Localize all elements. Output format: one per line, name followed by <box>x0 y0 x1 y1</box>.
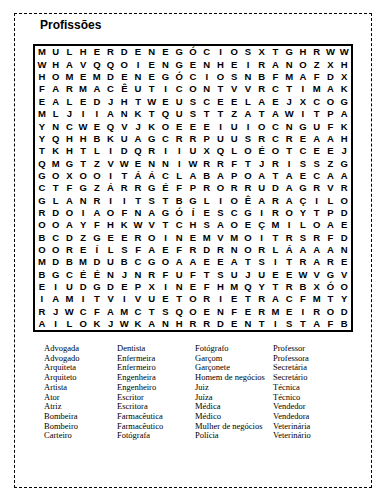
grid-cell[interactable]: R <box>310 182 324 194</box>
grid-cell[interactable]: A <box>214 169 228 181</box>
grid-cell[interactable]: S <box>296 157 310 169</box>
grid-cell[interactable]: R <box>310 305 324 317</box>
grid-cell[interactable]: B <box>117 256 131 268</box>
grid-cell[interactable]: H <box>337 132 351 144</box>
grid-cell[interactable]: E <box>117 281 131 293</box>
grid-cell[interactable]: T <box>117 169 131 181</box>
grid-cell[interactable]: E <box>186 231 200 243</box>
grid-cell[interactable]: Á <box>282 244 296 256</box>
grid-cell[interactable]: T <box>49 182 63 194</box>
grid-cell[interactable]: B <box>296 281 310 293</box>
grid-cell[interactable]: B <box>90 132 104 144</box>
grid-cell[interactable]: S <box>214 207 228 219</box>
grid-cell[interactable]: I <box>310 194 324 206</box>
grid-cell[interactable]: F <box>227 157 241 169</box>
grid-cell[interactable]: E <box>186 120 200 132</box>
grid-cell[interactable]: T <box>269 46 283 58</box>
grid-cell[interactable]: M <box>200 231 214 243</box>
grid-cell[interactable]: A <box>131 132 145 144</box>
grid-cell[interactable]: F <box>62 182 76 194</box>
grid-cell[interactable]: Í <box>186 207 200 219</box>
grid-cell[interactable]: F <box>296 293 310 305</box>
grid-cell[interactable]: I <box>76 293 90 305</box>
grid-cell[interactable]: L <box>200 194 214 206</box>
grid-cell[interactable]: D <box>324 71 338 83</box>
grid-cell[interactable]: T <box>241 293 255 305</box>
grid-cell[interactable]: N <box>104 268 118 280</box>
grid-cell[interactable]: R <box>145 268 159 280</box>
grid-cell[interactable]: Z <box>324 157 338 169</box>
grid-cell[interactable]: O <box>186 305 200 317</box>
grid-cell[interactable]: L <box>49 108 63 120</box>
grid-cell[interactable]: W <box>324 46 338 58</box>
grid-cell[interactable]: A <box>310 318 324 330</box>
grid-cell[interactable]: T <box>241 157 255 169</box>
grid-cell[interactable]: O <box>324 95 338 107</box>
grid-cell[interactable]: T <box>200 268 214 280</box>
grid-cell[interactable]: Á <box>145 169 159 181</box>
grid-cell[interactable]: E <box>227 293 241 305</box>
grid-cell[interactable]: É <box>255 145 269 157</box>
grid-cell[interactable]: Ê <box>241 194 255 206</box>
grid-cell[interactable]: E <box>117 231 131 243</box>
grid-cell[interactable]: S <box>145 194 159 206</box>
grid-cell[interactable]: I <box>282 157 296 169</box>
grid-cell[interactable]: K <box>337 83 351 95</box>
grid-cell[interactable]: B <box>62 256 76 268</box>
grid-cell[interactable]: E <box>159 293 173 305</box>
grid-cell[interactable]: F <box>227 305 241 317</box>
grid-cell[interactable]: A <box>269 58 283 70</box>
grid-cell[interactable]: O <box>241 145 255 157</box>
grid-cell[interactable]: L <box>227 145 241 157</box>
grid-cell[interactable]: A <box>104 108 118 120</box>
grid-cell[interactable]: E <box>186 58 200 70</box>
grid-cell[interactable]: U <box>227 268 241 280</box>
grid-cell[interactable]: R <box>104 46 118 58</box>
grid-cell[interactable]: A <box>35 318 49 330</box>
grid-cell[interactable]: Y <box>76 219 90 231</box>
grid-cell[interactable]: A <box>227 256 241 268</box>
grid-cell[interactable]: L <box>172 169 186 181</box>
grid-cell[interactable]: W <box>117 318 131 330</box>
grid-cell[interactable]: I <box>172 157 186 169</box>
grid-cell[interactable]: I <box>172 145 186 157</box>
grid-cell[interactable]: V <box>337 268 351 280</box>
grid-cell[interactable]: I <box>90 108 104 120</box>
grid-cell[interactable]: A <box>49 95 63 107</box>
grid-cell[interactable]: P <box>186 182 200 194</box>
grid-cell[interactable]: U <box>172 95 186 107</box>
grid-cell[interactable]: M <box>76 83 90 95</box>
grid-cell[interactable]: M <box>62 71 76 83</box>
grid-cell[interactable]: R <box>186 244 200 256</box>
grid-cell[interactable]: A <box>337 108 351 120</box>
grid-cell[interactable]: B <box>255 71 269 83</box>
grid-cell[interactable]: U <box>131 83 145 95</box>
grid-cell[interactable]: E <box>200 207 214 219</box>
grid-cell[interactable]: V <box>104 157 118 169</box>
grid-cell[interactable]: R <box>255 58 269 70</box>
grid-cell[interactable]: N <box>282 58 296 70</box>
grid-cell[interactable]: O <box>90 169 104 181</box>
grid-cell[interactable]: R <box>200 293 214 305</box>
grid-cell[interactable]: T <box>324 293 338 305</box>
grid-cell[interactable]: E <box>227 95 241 107</box>
grid-cell[interactable]: T <box>241 256 255 268</box>
grid-cell[interactable]: G <box>76 182 90 194</box>
grid-cell[interactable]: A <box>282 182 296 194</box>
grid-cell[interactable]: N <box>172 231 186 243</box>
grid-cell[interactable]: C <box>131 305 145 317</box>
grid-cell[interactable]: A <box>214 219 228 231</box>
grid-cell[interactable]: L <box>49 194 63 206</box>
grid-cell[interactable]: O <box>35 244 49 256</box>
grid-cell[interactable]: A <box>145 244 159 256</box>
grid-cell[interactable]: C <box>282 293 296 305</box>
grid-cell[interactable]: C <box>310 95 324 107</box>
grid-cell[interactable]: I <box>269 256 283 268</box>
grid-cell[interactable]: R <box>131 182 145 194</box>
grid-cell[interactable]: I <box>104 145 118 157</box>
grid-cell[interactable]: Q <box>214 145 228 157</box>
grid-cell[interactable]: T <box>159 219 173 231</box>
grid-cell[interactable]: I <box>214 293 228 305</box>
grid-cell[interactable]: O <box>49 169 63 181</box>
grid-cell[interactable]: A <box>241 108 255 120</box>
grid-cell[interactable]: O <box>49 71 63 83</box>
grid-cell[interactable]: F <box>117 207 131 219</box>
grid-cell[interactable]: E <box>214 256 228 268</box>
grid-cell[interactable]: U <box>227 120 241 132</box>
grid-cell[interactable]: E <box>337 219 351 231</box>
grid-cell[interactable]: Y <box>296 207 310 219</box>
grid-cell[interactable]: E <box>131 157 145 169</box>
grid-cell[interactable]: R <box>145 145 159 157</box>
grid-cell[interactable]: X <box>255 46 269 58</box>
grid-cell[interactable]: E <box>337 256 351 268</box>
grid-cell[interactable]: N <box>131 71 145 83</box>
grid-cell[interactable]: Q <box>159 108 173 120</box>
grid-cell[interactable]: A <box>310 244 324 256</box>
grid-cell[interactable]: D <box>76 281 90 293</box>
grid-cell[interactable]: T <box>214 83 228 95</box>
grid-cell[interactable]: U <box>310 120 324 132</box>
grid-cell[interactable]: O <box>49 244 63 256</box>
grid-cell[interactable]: U <box>172 268 186 280</box>
grid-cell[interactable]: T <box>76 157 90 169</box>
grid-cell[interactable]: D <box>337 231 351 243</box>
grid-cell[interactable]: I <box>104 194 118 206</box>
grid-cell[interactable]: L <box>296 219 310 231</box>
grid-cell[interactable]: R <box>255 305 269 317</box>
grid-cell[interactable]: G <box>145 132 159 144</box>
grid-cell[interactable]: O <box>269 145 283 157</box>
grid-cell[interactable]: V <box>214 231 228 243</box>
grid-cell[interactable]: I <box>159 83 173 95</box>
grid-cell[interactable]: O <box>241 169 255 181</box>
grid-cell[interactable]: A <box>324 244 338 256</box>
grid-cell[interactable]: M <box>227 281 241 293</box>
grid-cell[interactable]: W <box>296 268 310 280</box>
grid-cell[interactable]: C <box>104 83 118 95</box>
grid-cell[interactable]: C <box>62 268 76 280</box>
grid-cell[interactable]: P <box>131 281 145 293</box>
grid-cell[interactable]: H <box>117 95 131 107</box>
grid-cell[interactable]: J <box>62 108 76 120</box>
grid-cell[interactable]: R <box>337 182 351 194</box>
grid-cell[interactable]: D <box>269 182 283 194</box>
grid-cell[interactable]: I <box>104 169 118 181</box>
grid-cell[interactable]: A <box>269 108 283 120</box>
grid-cell[interactable]: O <box>159 256 173 268</box>
grid-cell[interactable]: É <box>159 182 173 194</box>
grid-cell[interactable]: T <box>269 281 283 293</box>
grid-cell[interactable]: R <box>186 132 200 144</box>
grid-cell[interactable]: F <box>324 231 338 243</box>
grid-cell[interactable]: Z <box>90 157 104 169</box>
grid-cell[interactable]: E <box>241 305 255 317</box>
grid-cell[interactable]: H <box>49 58 63 70</box>
grid-cell[interactable]: S <box>159 305 173 317</box>
grid-cell[interactable]: N <box>159 58 173 70</box>
grid-cell[interactable]: C <box>200 95 214 107</box>
grid-cell[interactable]: Ç <box>296 194 310 206</box>
grid-cell[interactable]: I <box>241 58 255 70</box>
grid-cell[interactable]: T <box>131 194 145 206</box>
grid-cell[interactable]: E <box>35 95 49 107</box>
grid-cell[interactable]: A <box>296 244 310 256</box>
grid-cell[interactable]: K <box>104 132 118 144</box>
grid-cell[interactable]: W <box>337 46 351 58</box>
grid-cell[interactable]: B <box>337 318 351 330</box>
grid-cell[interactable]: M <box>62 293 76 305</box>
grid-cell[interactable]: T <box>200 108 214 120</box>
grid-cell[interactable]: T <box>145 83 159 95</box>
grid-cell[interactable]: E <box>214 95 228 107</box>
grid-cell[interactable]: D <box>49 256 63 268</box>
grid-cell[interactable]: T <box>282 145 296 157</box>
grid-cell[interactable]: O <box>227 194 241 206</box>
grid-cell[interactable]: N <box>117 108 131 120</box>
grid-cell[interactable]: J <box>337 145 351 157</box>
grid-cell[interactable]: O <box>76 318 90 330</box>
grid-cell[interactable]: C <box>49 231 63 243</box>
grid-cell[interactable]: T <box>159 194 173 206</box>
grid-cell[interactable]: E <box>131 46 145 58</box>
grid-cell[interactable]: Í <box>90 244 104 256</box>
grid-cell[interactable]: V <box>227 83 241 95</box>
grid-cell[interactable]: A <box>310 256 324 268</box>
grid-cell[interactable]: M <box>269 305 283 317</box>
grid-cell[interactable]: V <box>310 268 324 280</box>
grid-cell[interactable]: O <box>104 207 118 219</box>
grid-cell[interactable]: F <box>131 244 145 256</box>
grid-cell[interactable]: K <box>117 219 131 231</box>
grid-cell[interactable]: Q <box>172 305 186 317</box>
grid-cell[interactable]: G <box>159 207 173 219</box>
grid-cell[interactable]: Ó <box>172 207 186 219</box>
grid-cell[interactable]: O <box>310 219 324 231</box>
grid-cell[interactable]: G <box>90 281 104 293</box>
grid-cell[interactable]: E <box>159 95 173 107</box>
grid-cell[interactable]: C <box>35 182 49 194</box>
grid-cell[interactable]: F <box>324 120 338 132</box>
grid-cell[interactable]: I <box>214 46 228 58</box>
grid-cell[interactable]: C <box>310 169 324 181</box>
grid-cell[interactable]: I <box>255 207 269 219</box>
grid-cell[interactable]: J <box>104 95 118 107</box>
grid-cell[interactable]: D <box>49 207 63 219</box>
grid-cell[interactable]: T <box>214 108 228 120</box>
grid-cell[interactable]: W <box>76 120 90 132</box>
grid-cell[interactable]: I <box>76 207 90 219</box>
grid-cell[interactable]: I <box>159 281 173 293</box>
grid-cell[interactable]: É <box>76 268 90 280</box>
grid-cell[interactable]: A <box>186 169 200 181</box>
grid-cell[interactable]: R <box>255 293 269 305</box>
grid-cell[interactable]: J <box>117 268 131 280</box>
grid-cell[interactable]: J <box>282 95 296 107</box>
grid-cell[interactable]: H <box>214 281 228 293</box>
grid-cell[interactable]: H <box>62 145 76 157</box>
grid-cell[interactable]: O <box>35 219 49 231</box>
grid-cell[interactable]: G <box>172 46 186 58</box>
grid-cell[interactable]: U <box>49 46 63 58</box>
grid-cell[interactable]: Z <box>76 231 90 243</box>
grid-cell[interactable]: S <box>117 244 131 256</box>
grid-cell[interactable]: L <box>90 145 104 157</box>
grid-cell[interactable]: R <box>186 318 200 330</box>
grid-cell[interactable]: G <box>35 169 49 181</box>
grid-cell[interactable]: E <box>76 95 90 107</box>
grid-cell[interactable]: F <box>90 305 104 317</box>
grid-cell[interactable]: U <box>255 268 269 280</box>
grid-cell[interactable]: I <box>49 318 63 330</box>
grid-cell[interactable]: E <box>310 145 324 157</box>
grid-cell[interactable]: U <box>255 182 269 194</box>
grid-cell[interactable]: C <box>131 256 145 268</box>
grid-cell[interactable]: R <box>35 207 49 219</box>
grid-cell[interactable]: K <box>145 120 159 132</box>
grid-cell[interactable]: I <box>214 120 228 132</box>
grid-cell[interactable]: A <box>145 318 159 330</box>
grid-cell[interactable]: G <box>337 95 351 107</box>
grid-cell[interactable]: S <box>241 46 255 58</box>
grid-cell[interactable]: D <box>117 145 131 157</box>
grid-cell[interactable]: Q <box>104 58 118 70</box>
grid-cell[interactable]: A <box>145 207 159 219</box>
grid-cell[interactable]: A <box>282 169 296 181</box>
grid-cell[interactable]: I <box>159 231 173 243</box>
grid-cell[interactable]: L <box>269 244 283 256</box>
grid-cell[interactable]: R <box>214 157 228 169</box>
grid-cell[interactable]: M <box>310 83 324 95</box>
grid-cell[interactable]: O <box>186 83 200 95</box>
grid-cell[interactable]: D <box>62 231 76 243</box>
grid-cell[interactable]: O <box>214 71 228 83</box>
grid-cell[interactable]: A <box>49 83 63 95</box>
grid-cell[interactable]: C <box>269 83 283 95</box>
grid-cell[interactable]: S <box>241 132 255 144</box>
grid-cell[interactable]: G <box>35 194 49 206</box>
grid-cell[interactable]: A <box>255 194 269 206</box>
grid-cell[interactable]: I <box>117 293 131 305</box>
grid-cell[interactable]: N <box>227 244 241 256</box>
grid-cell[interactable]: O <box>159 120 173 132</box>
grid-cell[interactable]: T <box>76 145 90 157</box>
grid-cell[interactable]: S <box>282 318 296 330</box>
grid-cell[interactable]: R <box>200 157 214 169</box>
grid-cell[interactable]: R <box>324 256 338 268</box>
grid-cell[interactable]: N <box>214 305 228 317</box>
grid-cell[interactable]: E <box>172 120 186 132</box>
grid-cell[interactable]: S <box>200 219 214 231</box>
grid-cell[interactable]: P <box>200 132 214 144</box>
grid-cell[interactable]: O <box>241 244 255 256</box>
grid-cell[interactable]: R <box>255 244 269 256</box>
grid-cell[interactable]: K <box>49 145 63 157</box>
grid-cell[interactable]: D <box>104 281 118 293</box>
grid-cell[interactable]: C <box>186 71 200 83</box>
grid-cell[interactable]: N <box>159 318 173 330</box>
grid-cell[interactable]: A <box>90 83 104 95</box>
grid-cell[interactable]: D <box>104 71 118 83</box>
grid-cell[interactable]: R <box>200 182 214 194</box>
grid-cell[interactable]: X <box>324 58 338 70</box>
grid-cell[interactable]: F <box>35 83 49 95</box>
grid-cell[interactable]: F <box>186 268 200 280</box>
grid-cell[interactable]: I <box>296 108 310 120</box>
grid-cell[interactable]: F <box>172 244 186 256</box>
grid-cell[interactable]: R <box>310 231 324 243</box>
grid-cell[interactable]: Z <box>227 108 241 120</box>
grid-cell[interactable]: V <box>104 293 118 305</box>
grid-cell[interactable]: E <box>35 281 49 293</box>
grid-cell[interactable]: W <box>186 157 200 169</box>
grid-cell[interactable]: M <box>310 293 324 305</box>
grid-cell[interactable]: I <box>76 108 90 120</box>
grid-cell[interactable]: D <box>337 207 351 219</box>
grid-cell[interactable]: Ç <box>255 219 269 231</box>
grid-cell[interactable]: T <box>282 256 296 268</box>
grid-cell[interactable]: R <box>241 182 255 194</box>
grid-cell[interactable]: O <box>227 46 241 58</box>
grid-cell[interactable]: E <box>76 71 90 83</box>
grid-cell[interactable]: O <box>337 281 351 293</box>
grid-cell[interactable]: G <box>282 46 296 58</box>
grid-cell[interactable]: A <box>62 219 76 231</box>
grid-cell[interactable]: M <box>35 46 49 58</box>
grid-cell[interactable]: E <box>282 268 296 280</box>
grid-cell[interactable]: R <box>310 46 324 58</box>
grid-cell[interactable]: V <box>241 83 255 95</box>
grid-cell[interactable]: T <box>296 318 310 330</box>
grid-cell[interactable]: E <box>200 120 214 132</box>
grid-cell[interactable]: I <box>296 305 310 317</box>
grid-cell[interactable]: G <box>90 231 104 243</box>
grid-cell[interactable]: O <box>227 219 241 231</box>
grid-cell[interactable]: X <box>62 169 76 181</box>
grid-cell[interactable]: R <box>255 83 269 95</box>
grid-cell[interactable]: E <box>104 231 118 243</box>
grid-cell[interactable]: O <box>255 120 269 132</box>
grid-cell[interactable]: A <box>62 58 76 70</box>
grid-cell[interactable]: K <box>131 108 145 120</box>
grid-cell[interactable]: C <box>76 305 90 317</box>
grid-cell[interactable]: E <box>90 120 104 132</box>
grid-cell[interactable]: F <box>200 281 214 293</box>
